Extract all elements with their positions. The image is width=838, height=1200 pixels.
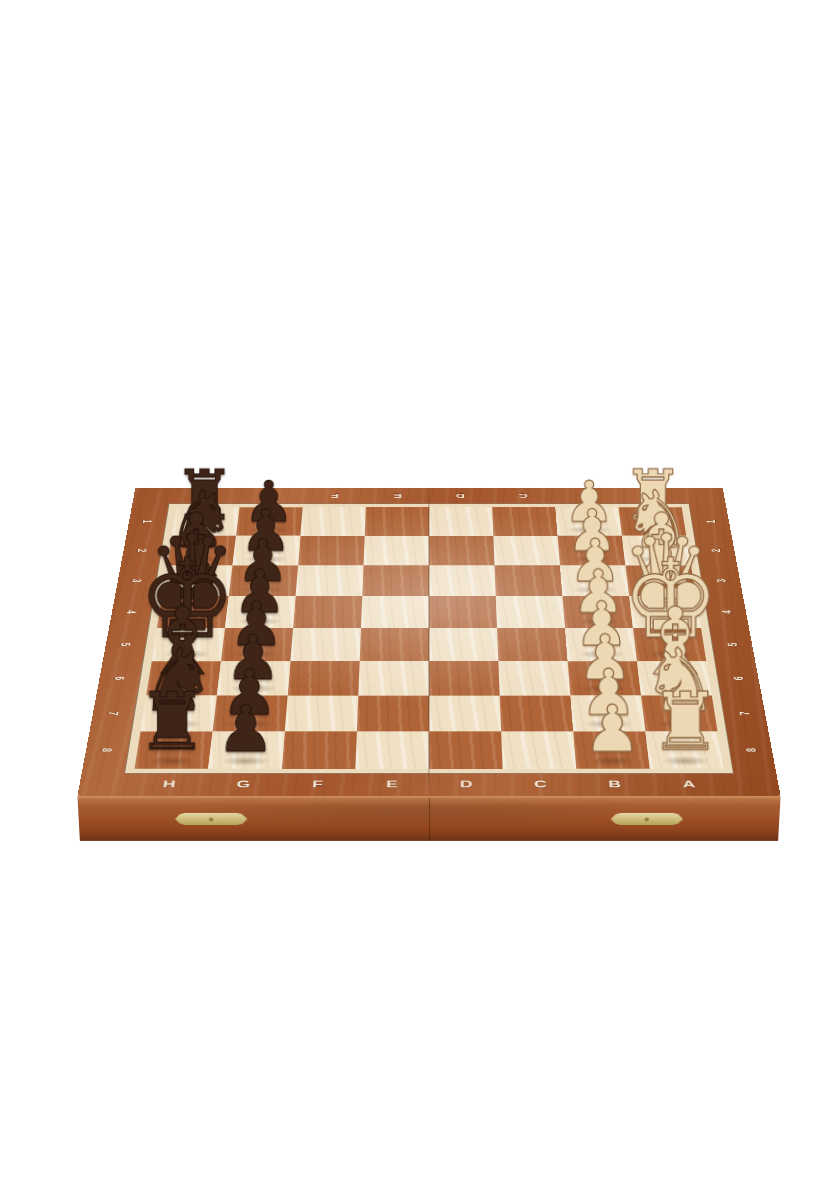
file-label-near-c: C (503, 773, 579, 796)
square-f1[interactable] (300, 507, 365, 536)
chess-board: ♜♟♟♜♞♟♟♞♝♟♟♝♛♟♟♛♚♟♟♚♝♟♟♝♞♟♟♞♜♟♟♜ HGFEDCB… (77, 488, 780, 796)
file-label-near-a: A (650, 773, 727, 796)
piece-white-pawn[interactable]: ♟ (583, 696, 641, 761)
file-label-near-g: G (205, 773, 282, 796)
rank-label-left-1: 1 (114, 513, 181, 530)
square-d4[interactable] (429, 596, 497, 628)
square-e6[interactable] (358, 661, 429, 695)
square-d3[interactable] (429, 565, 496, 596)
square-d6[interactable] (429, 661, 500, 695)
square-e1[interactable] (365, 507, 429, 536)
square-f8[interactable] (282, 731, 357, 768)
square-e5[interactable] (360, 628, 429, 661)
square-g8[interactable]: ♟ (208, 731, 285, 768)
rank-label-right-1: 1 (677, 513, 744, 530)
file-label-far-b: B (554, 488, 618, 504)
file-label-near-d: D (429, 773, 504, 796)
file-label-far-a: A (616, 488, 681, 504)
file-label-near-b: B (577, 773, 654, 796)
square-c1[interactable] (492, 507, 557, 536)
file-label-far-h: H (177, 488, 242, 504)
square-f6[interactable] (288, 661, 360, 695)
square-b8[interactable]: ♟ (573, 731, 650, 768)
chess-scene: ♜♟♟♜♞♟♟♞♝♟♟♝♛♟♟♛♚♟♟♚♝♟♟♝♞♟♟♞♜♟♟♜ HGFEDCB… (109, 308, 749, 948)
product-photo-background: ♜♟♟♜♞♟♟♞♝♟♟♝♛♟♟♛♚♟♟♚♝♟♟♝♞♟♟♞♜♟♟♜ HGFEDCB… (0, 0, 838, 1200)
square-a8[interactable]: ♜ (645, 731, 723, 768)
square-f5[interactable] (290, 628, 361, 661)
piece-black-rook[interactable]: ♜ (137, 681, 209, 761)
square-c6[interactable] (498, 661, 570, 695)
square-f4[interactable] (293, 596, 362, 628)
square-d7[interactable] (429, 696, 501, 732)
piece-black-pawn[interactable]: ♟ (217, 696, 275, 761)
square-e4[interactable] (361, 596, 429, 628)
square-c8[interactable] (501, 731, 576, 768)
file-label-far-d: D (429, 488, 492, 504)
square-d8[interactable] (429, 731, 503, 768)
square-c4[interactable] (496, 596, 565, 628)
square-h8[interactable]: ♜ (135, 731, 213, 768)
square-c3[interactable] (494, 565, 562, 596)
file-label-far-f: F (303, 488, 367, 504)
square-f3[interactable] (296, 565, 364, 596)
board-drop-shadow (89, 796, 749, 826)
file-label-near-h: H (130, 773, 207, 796)
square-c5[interactable] (497, 628, 568, 661)
square-d1[interactable] (429, 507, 493, 536)
square-f7[interactable] (285, 696, 359, 732)
square-e8[interactable] (355, 731, 429, 768)
file-label-near-f: F (280, 773, 356, 796)
square-e7[interactable] (357, 696, 429, 732)
file-label-far-c: C (491, 488, 555, 504)
square-d5[interactable] (429, 628, 498, 661)
piece-white-rook[interactable]: ♜ (650, 681, 722, 761)
file-label-far-g: G (240, 488, 304, 504)
file-labels-far: HGFEDCBA (132, 488, 725, 504)
file-label-near-e: E (354, 773, 429, 796)
square-e3[interactable] (362, 565, 429, 596)
square-c7[interactable] (500, 696, 574, 732)
file-label-far-e: E (366, 488, 429, 504)
